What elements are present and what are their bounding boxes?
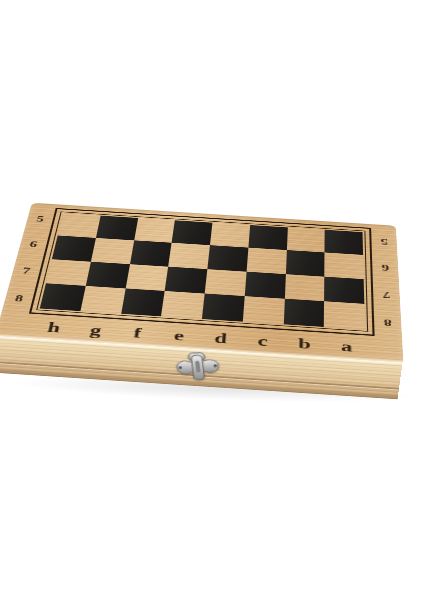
file-label-b: b [283, 333, 325, 355]
file-label-d: d [199, 327, 243, 349]
square-e6 [168, 243, 210, 269]
file-label-a: a [325, 335, 367, 358]
square-e7 [165, 266, 207, 293]
square-d8 [202, 293, 245, 321]
board-frame-inner [36, 212, 368, 332]
file-label-f: f [115, 322, 160, 344]
chess-box: 5678 5678 hgfedcba [0, 236, 399, 398]
square-f8 [121, 288, 165, 316]
board-top-face: 5678 5678 hgfedcba [0, 203, 404, 363]
square-g7 [86, 261, 130, 288]
square-d5 [210, 223, 250, 248]
square-a8 [324, 301, 365, 329]
square-c5 [248, 225, 287, 250]
square-g5 [96, 216, 138, 241]
rank-label-right-7: 7 [373, 279, 401, 308]
rank-label-right-6: 6 [372, 253, 399, 281]
square-h8 [40, 283, 86, 311]
file-label-c: c [241, 330, 284, 352]
board-grid [40, 213, 365, 329]
square-f7 [125, 264, 168, 291]
file-label-g: g [73, 319, 118, 341]
square-e5 [172, 220, 213, 245]
square-b8 [283, 299, 324, 327]
rank-labels-right: 5678 [371, 228, 402, 338]
square-a6 [325, 253, 364, 279]
rank-label-right-5: 5 [371, 228, 398, 255]
square-c7 [244, 271, 285, 298]
square-g8 [80, 286, 125, 314]
square-g6 [91, 238, 134, 264]
rank-label-right-8: 8 [374, 307, 403, 338]
square-f6 [130, 240, 172, 266]
square-f5 [134, 218, 175, 243]
square-b7 [284, 274, 324, 301]
file-label-e: e [157, 325, 201, 347]
square-d6 [207, 245, 248, 271]
square-a7 [324, 276, 364, 303]
photo-stage: 5678 5678 hgfedcba [0, 0, 424, 600]
square-c8 [243, 296, 285, 324]
square-h6 [52, 236, 96, 262]
file-label-h: h [31, 317, 77, 339]
square-b6 [285, 250, 324, 276]
square-h7 [46, 259, 91, 286]
clasp-latch-icon [173, 349, 223, 385]
square-c6 [246, 248, 286, 274]
square-h5 [58, 213, 101, 238]
board-frame [29, 208, 375, 336]
square-b5 [286, 227, 324, 252]
square-e8 [161, 291, 204, 319]
square-a5 [325, 230, 363, 255]
square-d7 [205, 269, 247, 296]
